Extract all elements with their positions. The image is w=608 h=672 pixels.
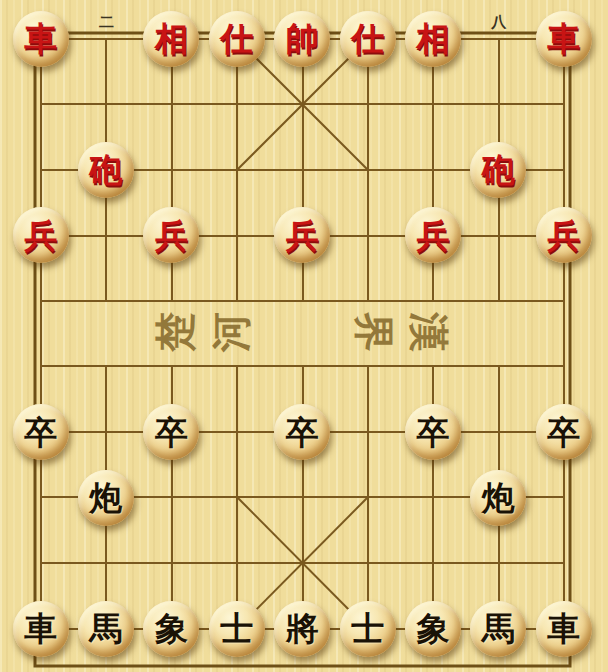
piece-black-象[interactable]: 象	[143, 601, 199, 657]
intersection-0-5[interactable]	[8, 334, 73, 400]
intersection-8-3[interactable]: 兵	[531, 203, 596, 269]
intersection-8-0[interactable]: 車	[531, 6, 596, 72]
intersection-2-7[interactable]	[139, 465, 204, 531]
intersection-0-9[interactable]: 車	[8, 596, 73, 662]
piece-black-馬[interactable]: 馬	[78, 601, 134, 657]
intersection-8-2[interactable]	[531, 137, 596, 203]
intersection-8-4[interactable]	[531, 268, 596, 334]
intersection-1-3[interactable]	[73, 203, 138, 269]
intersection-5-4[interactable]	[335, 268, 400, 334]
intersection-5-8[interactable]	[335, 530, 400, 596]
intersection-5-3[interactable]	[335, 203, 400, 269]
intersection-2-0[interactable]: 相	[139, 6, 204, 72]
intersection-1-4[interactable]	[73, 268, 138, 334]
intersection-7-8[interactable]	[466, 530, 531, 596]
piece-black-卒[interactable]: 卒	[536, 404, 592, 460]
intersection-8-5[interactable]	[531, 334, 596, 400]
intersection-0-6[interactable]: 卒	[8, 399, 73, 465]
intersection-2-9[interactable]: 象	[139, 596, 204, 662]
intersection-2-3[interactable]: 兵	[139, 203, 204, 269]
piece-black-士[interactable]: 士	[209, 601, 265, 657]
piece-red-兵[interactable]: 兵	[405, 207, 461, 263]
piece-red-仕[interactable]: 仕	[340, 11, 396, 67]
intersection-4-0[interactable]: 帥	[270, 6, 335, 72]
piece-red-車[interactable]: 車	[536, 11, 592, 67]
piece-black-炮[interactable]: 炮	[470, 470, 526, 526]
intersection-6-8[interactable]	[400, 530, 465, 596]
piece-red-帥[interactable]: 帥	[274, 11, 330, 67]
intersection-5-0[interactable]: 仕	[335, 6, 400, 72]
intersection-4-5[interactable]	[270, 334, 335, 400]
intersection-7-6[interactable]	[466, 399, 531, 465]
intersection-4-9[interactable]: 將	[270, 596, 335, 662]
intersection-5-9[interactable]: 士	[335, 596, 400, 662]
piece-black-馬[interactable]: 馬	[470, 601, 526, 657]
piece-black-卒[interactable]: 卒	[143, 404, 199, 460]
intersection-2-4[interactable]	[139, 268, 204, 334]
intersection-1-2[interactable]: 砲	[73, 137, 138, 203]
piece-black-卒[interactable]: 卒	[13, 404, 69, 460]
piece-black-車[interactable]: 車	[13, 601, 69, 657]
piece-red-兵[interactable]: 兵	[143, 207, 199, 263]
intersection-1-5[interactable]	[73, 334, 138, 400]
intersection-8-7[interactable]	[531, 465, 596, 531]
piece-black-將[interactable]: 將	[274, 601, 330, 657]
intersection-1-6[interactable]	[73, 399, 138, 465]
intersection-6-5[interactable]	[400, 334, 465, 400]
piece-black-卒[interactable]: 卒	[274, 404, 330, 460]
intersection-8-9[interactable]: 車	[531, 596, 596, 662]
xiangqi-board: 二八 楚河界漢 車相仕帥仕相車砲砲兵兵兵兵兵卒卒卒卒卒炮炮車馬象士將士象馬車	[0, 0, 608, 672]
board-intersections: 車相仕帥仕相車砲砲兵兵兵兵兵卒卒卒卒卒炮炮車馬象士將士象馬車	[8, 6, 597, 661]
piece-red-相[interactable]: 相	[405, 11, 461, 67]
intersection-4-6[interactable]: 卒	[270, 399, 335, 465]
intersection-3-8[interactable]	[204, 530, 269, 596]
intersection-6-1[interactable]	[400, 72, 465, 138]
intersection-1-8[interactable]	[73, 530, 138, 596]
intersection-6-4[interactable]	[400, 268, 465, 334]
intersection-2-1[interactable]	[139, 72, 204, 138]
piece-red-相[interactable]: 相	[143, 11, 199, 67]
intersection-6-9[interactable]: 象	[400, 596, 465, 662]
intersection-3-4[interactable]	[204, 268, 269, 334]
intersection-1-1[interactable]	[73, 72, 138, 138]
intersection-0-0[interactable]: 車	[8, 6, 73, 72]
intersection-2-8[interactable]	[139, 530, 204, 596]
intersection-7-7[interactable]: 炮	[466, 465, 531, 531]
intersection-2-6[interactable]: 卒	[139, 399, 204, 465]
intersection-8-1[interactable]	[531, 72, 596, 138]
intersection-6-7[interactable]	[400, 465, 465, 531]
intersection-3-6[interactable]	[204, 399, 269, 465]
intersection-0-8[interactable]	[8, 530, 73, 596]
piece-red-仕[interactable]: 仕	[209, 11, 265, 67]
intersection-6-0[interactable]: 相	[400, 6, 465, 72]
piece-black-卒[interactable]: 卒	[405, 404, 461, 460]
intersection-7-3[interactable]	[466, 203, 531, 269]
intersection-4-2[interactable]	[270, 137, 335, 203]
intersection-3-1[interactable]	[204, 72, 269, 138]
intersection-1-0[interactable]	[73, 6, 138, 72]
intersection-2-2[interactable]	[139, 137, 204, 203]
intersection-7-4[interactable]	[466, 268, 531, 334]
intersection-0-4[interactable]	[8, 268, 73, 334]
intersection-4-4[interactable]	[270, 268, 335, 334]
intersection-5-6[interactable]	[335, 399, 400, 465]
intersection-1-9[interactable]: 馬	[73, 596, 138, 662]
piece-red-車[interactable]: 車	[13, 11, 69, 67]
intersection-0-7[interactable]	[8, 465, 73, 531]
intersection-0-1[interactable]	[8, 72, 73, 138]
intersection-4-8[interactable]	[270, 530, 335, 596]
intersection-0-3[interactable]: 兵	[8, 203, 73, 269]
intersection-3-3[interactable]	[204, 203, 269, 269]
piece-black-車[interactable]: 車	[536, 601, 592, 657]
piece-red-兵[interactable]: 兵	[536, 207, 592, 263]
intersection-3-5[interactable]	[204, 334, 269, 400]
intersection-5-1[interactable]	[335, 72, 400, 138]
intersection-6-3[interactable]: 兵	[400, 203, 465, 269]
intersection-5-5[interactable]	[335, 334, 400, 400]
piece-black-象[interactable]: 象	[405, 601, 461, 657]
intersection-7-0[interactable]	[466, 6, 531, 72]
intersection-2-5[interactable]	[139, 334, 204, 400]
piece-red-兵[interactable]: 兵	[13, 207, 69, 263]
intersection-7-1[interactable]	[466, 72, 531, 138]
intersection-8-6[interactable]: 卒	[531, 399, 596, 465]
intersection-6-2[interactable]	[400, 137, 465, 203]
intersection-3-0[interactable]: 仕	[204, 6, 269, 72]
piece-red-兵[interactable]: 兵	[274, 207, 330, 263]
intersection-4-3[interactable]: 兵	[270, 203, 335, 269]
intersection-7-2[interactable]: 砲	[466, 137, 531, 203]
intersection-5-2[interactable]	[335, 137, 400, 203]
intersection-0-2[interactable]	[8, 137, 73, 203]
intersection-1-7[interactable]: 炮	[73, 465, 138, 531]
piece-red-砲[interactable]: 砲	[78, 142, 134, 198]
intersection-4-1[interactable]	[270, 72, 335, 138]
intersection-5-7[interactable]	[335, 465, 400, 531]
intersection-7-9[interactable]: 馬	[466, 596, 531, 662]
intersection-3-7[interactable]	[204, 465, 269, 531]
intersection-8-8[interactable]	[531, 530, 596, 596]
intersection-7-5[interactable]	[466, 334, 531, 400]
intersection-4-7[interactable]	[270, 465, 335, 531]
piece-red-砲[interactable]: 砲	[470, 142, 526, 198]
intersection-3-9[interactable]: 士	[204, 596, 269, 662]
intersection-3-2[interactable]	[204, 137, 269, 203]
intersection-6-6[interactable]: 卒	[400, 399, 465, 465]
piece-black-炮[interactable]: 炮	[78, 470, 134, 526]
piece-black-士[interactable]: 士	[340, 601, 396, 657]
